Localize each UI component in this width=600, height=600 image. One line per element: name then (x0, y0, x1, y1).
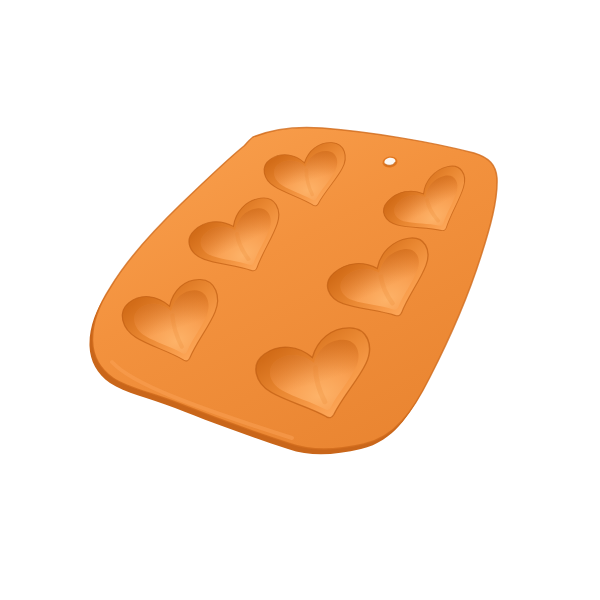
product-photo (0, 0, 600, 600)
mold-illustration (0, 0, 600, 600)
